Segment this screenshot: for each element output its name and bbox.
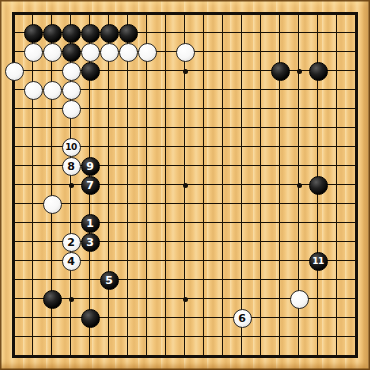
- white-stone: [62, 62, 81, 81]
- white-stone: [62, 100, 81, 119]
- white-stone: [119, 43, 138, 62]
- go-diagram: 1089712345116: [0, 0, 370, 370]
- black-stone: [81, 309, 100, 328]
- black-stone: [271, 62, 290, 81]
- stone-move-10: 10: [62, 138, 81, 157]
- stone-move-number: 1: [86, 218, 94, 229]
- black-stone: [309, 62, 328, 81]
- stone-move-1: 1: [81, 214, 100, 233]
- white-stone: [290, 290, 309, 309]
- stone-move-2: 2: [62, 233, 81, 252]
- black-stone: [24, 24, 43, 43]
- black-stone: [81, 62, 100, 81]
- stone-move-number: 10: [65, 143, 77, 152]
- stone-move-number: 6: [238, 313, 246, 324]
- stone-move-4: 4: [62, 252, 81, 271]
- stone-move-number: 2: [67, 237, 75, 248]
- white-stone: [43, 81, 62, 100]
- white-stone: [176, 43, 195, 62]
- black-stone: [62, 43, 81, 62]
- stone-move-number: 11: [312, 257, 324, 266]
- white-stone: [138, 43, 157, 62]
- stones-layer: 1089712345116: [5, 5, 366, 366]
- stone-move-8: 8: [62, 157, 81, 176]
- stone-move-number: 5: [105, 275, 113, 286]
- stone-move-9: 9: [81, 157, 100, 176]
- white-stone: [43, 43, 62, 62]
- stone-move-number: 8: [67, 161, 75, 172]
- stone-move-number: 4: [67, 256, 75, 267]
- stone-move-6: 6: [233, 309, 252, 328]
- white-stone: [24, 43, 43, 62]
- stone-move-11: 11: [309, 252, 328, 271]
- stone-move-number: 3: [86, 237, 94, 248]
- white-stone: [81, 43, 100, 62]
- white-stone: [62, 81, 81, 100]
- black-stone: [81, 24, 100, 43]
- stone-move-number: 9: [86, 161, 94, 172]
- stone-move-3: 3: [81, 233, 100, 252]
- stone-move-number: 7: [86, 180, 94, 191]
- stone-move-5: 5: [100, 271, 119, 290]
- black-stone: [43, 290, 62, 309]
- stone-move-7: 7: [81, 176, 100, 195]
- white-stone: [5, 62, 24, 81]
- black-stone: [43, 24, 62, 43]
- black-stone: [100, 24, 119, 43]
- go-board: 1089712345116: [0, 0, 370, 370]
- white-stone: [43, 195, 62, 214]
- white-stone: [100, 43, 119, 62]
- black-stone: [62, 24, 81, 43]
- black-stone: [309, 176, 328, 195]
- black-stone: [119, 24, 138, 43]
- white-stone: [24, 81, 43, 100]
